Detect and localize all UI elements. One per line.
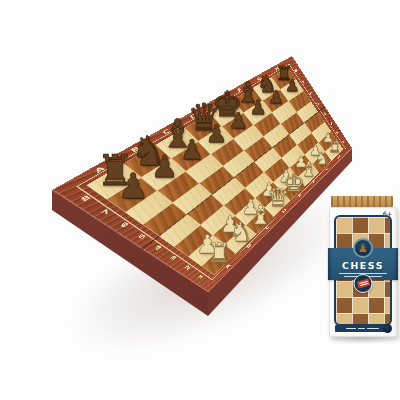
age-label: 6+ bbox=[383, 210, 392, 217]
box-front-face: 6+ ♟ CHESS bbox=[329, 207, 397, 337]
box-bottom-bar bbox=[335, 325, 389, 332]
coordinate-label: 7 bbox=[301, 80, 306, 85]
coordinate-label: B bbox=[246, 243, 253, 249]
coordinate-label: 8 bbox=[80, 195, 93, 203]
coordinate-label: A bbox=[225, 263, 233, 270]
coordinate-label: 6 bbox=[119, 221, 130, 229]
publisher-logo-dot bbox=[383, 324, 392, 333]
coordinate-label: 5 bbox=[137, 233, 147, 241]
box-top-wood bbox=[331, 196, 393, 207]
badge-circle bbox=[354, 274, 373, 293]
coordinate-label: 4 bbox=[323, 112, 327, 117]
coordinate-label: 3 bbox=[329, 122, 333, 126]
coordinate-label: E bbox=[298, 193, 303, 198]
coordinate-label: 6 bbox=[309, 91, 313, 96]
coordinate-label: H bbox=[337, 155, 341, 160]
coordinate-label: 1 bbox=[197, 274, 205, 281]
coordinate-label: F bbox=[312, 179, 316, 184]
coordinate-label: 8 bbox=[294, 68, 299, 73]
emblem-circle: ♟ bbox=[353, 238, 373, 258]
product-box: 6+ ♟ CHESS bbox=[329, 196, 397, 337]
coordinate-label: 7 bbox=[100, 208, 112, 216]
coordinate-label: C bbox=[162, 129, 172, 136]
pawn-emblem-icon: ♟ bbox=[358, 243, 368, 254]
coordinate-label: 4 bbox=[154, 244, 164, 251]
coordinate-label: G bbox=[325, 166, 329, 171]
badge-icon bbox=[356, 278, 369, 288]
coordinate-label: E bbox=[215, 100, 222, 106]
coordinate-label: F bbox=[237, 87, 244, 93]
product-photo-scene: 88AA77BB66CC55DD44EE33FF22GG11HH ♜♞♝♛♚♝♞… bbox=[0, 0, 400, 400]
coordinate-label: 2 bbox=[336, 131, 340, 135]
coordinate-label: 3 bbox=[169, 255, 178, 262]
coordinate-label: 1 bbox=[342, 140, 346, 144]
coordinate-label: C bbox=[265, 225, 271, 231]
box-title: CHESS bbox=[328, 260, 398, 271]
coordinate-label: D bbox=[282, 208, 288, 214]
coordinate-label: 2 bbox=[184, 264, 193, 271]
coordinate-label: 5 bbox=[316, 102, 320, 107]
